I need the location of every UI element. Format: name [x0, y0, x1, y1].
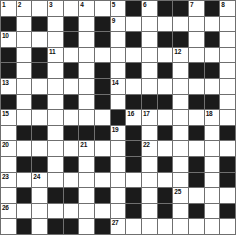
white-cell-r8c11[interactable] [173, 126, 188, 141]
white-cell-r6c14[interactable] [220, 95, 235, 110]
white-cell-r1c3[interactable] [48, 17, 63, 32]
white-cell-r2c12[interactable] [189, 32, 204, 47]
white-cell-r2c9[interactable] [142, 32, 157, 47]
black-cell-r2c13 [205, 32, 220, 47]
white-cell-r10c0[interactable] [1, 157, 16, 172]
black-cell-r6c13 [205, 95, 220, 110]
white-cell-r12c2[interactable] [32, 188, 47, 203]
black-cell-r2c6 [95, 32, 110, 47]
white-cell-r14c5[interactable] [79, 219, 94, 234]
black-cell-r6c2 [32, 95, 47, 110]
black-cell-r8c8 [126, 126, 141, 141]
white-cell-r5c4[interactable] [64, 79, 79, 94]
white-cell-r2c5[interactable] [79, 32, 94, 47]
white-cell-r11c9[interactable] [142, 173, 157, 188]
white-cell-r10c13[interactable] [205, 157, 220, 172]
white-cell-r7c5[interactable] [79, 110, 94, 125]
clue-number-4: 4 [80, 1, 83, 8]
white-cell-r1c10[interactable] [158, 17, 173, 32]
black-cell-r10c14 [220, 157, 235, 172]
white-cell-r9c0[interactable]: 20 [1, 141, 16, 156]
white-cell-r7c6[interactable] [95, 110, 110, 125]
black-cell-r6c4 [64, 95, 79, 110]
black-cell-r7c7 [111, 110, 126, 125]
white-cell-r0c3[interactable]: 3 [48, 1, 63, 16]
white-cell-r4c11[interactable] [173, 63, 188, 78]
black-cell-r2c4 [64, 32, 79, 47]
black-cell-r12c1 [17, 188, 32, 203]
white-cell-r3c6[interactable] [95, 48, 110, 63]
white-cell-r0c6[interactable] [95, 1, 110, 16]
clue-number-2: 2 [18, 1, 21, 8]
white-cell-r11c5[interactable] [79, 173, 94, 188]
clue-number-20: 20 [2, 141, 9, 148]
white-cell-r12c11[interactable]: 25 [173, 188, 188, 203]
white-cell-r8c0[interactable] [1, 126, 16, 141]
white-cell-r0c0[interactable]: 1 [1, 1, 16, 16]
white-cell-r5c12[interactable] [189, 79, 204, 94]
white-cell-r4c1[interactable] [17, 63, 32, 78]
white-cell-r0c4[interactable] [64, 1, 79, 16]
white-cell-r13c7[interactable] [111, 204, 126, 219]
white-cell-r14c2[interactable] [32, 219, 47, 234]
white-cell-r5c2[interactable] [32, 79, 47, 94]
white-cell-r9c14[interactable] [220, 141, 235, 156]
white-cell-r5c5[interactable] [79, 79, 94, 94]
clue-number-17: 17 [143, 110, 150, 117]
white-cell-r6c5[interactable] [79, 95, 94, 110]
white-cell-r11c10[interactable] [158, 173, 173, 188]
black-cell-r0c13 [205, 1, 220, 16]
black-cell-r8c10 [158, 126, 173, 141]
black-cell-r1c6 [95, 17, 110, 32]
black-cell-r13c8 [126, 204, 141, 219]
white-cell-r3c7[interactable] [111, 48, 126, 63]
black-cell-r4c10 [158, 63, 173, 78]
white-cell-r12c14[interactable] [220, 188, 235, 203]
black-cell-r4c4 [64, 63, 79, 78]
white-cell-r14c12[interactable] [189, 219, 204, 234]
black-cell-r6c10 [158, 95, 173, 110]
white-cell-r11c13[interactable] [205, 173, 220, 188]
black-cell-r6c8 [126, 95, 141, 110]
white-cell-r11c0[interactable]: 23 [1, 173, 16, 188]
black-cell-r14c6 [95, 219, 110, 234]
white-cell-r6c1[interactable] [17, 95, 32, 110]
white-cell-r1c11[interactable] [173, 17, 188, 32]
white-cell-r14c14[interactable] [220, 219, 235, 234]
clue-number-6: 6 [143, 1, 146, 8]
clue-number-16: 16 [127, 110, 134, 117]
white-cell-r11c1[interactable] [17, 173, 32, 188]
black-cell-r11c14 [220, 173, 235, 188]
white-cell-r11c11[interactable] [173, 173, 188, 188]
clue-number-5: 5 [112, 1, 115, 8]
white-cell-r7c1[interactable] [17, 110, 32, 125]
black-cell-r10c1 [17, 157, 32, 172]
white-cell-r9c1[interactable] [17, 141, 32, 156]
black-cell-r6c0 [1, 95, 16, 110]
black-cell-r4c8 [126, 63, 141, 78]
black-cell-r11c12 [189, 173, 204, 188]
white-cell-r6c7[interactable] [111, 95, 126, 110]
white-cell-r1c5[interactable] [79, 17, 94, 32]
clue-number-26: 26 [2, 204, 9, 211]
white-cell-r5c1[interactable] [17, 79, 32, 94]
white-cell-r9c2[interactable] [32, 141, 47, 156]
white-cell-r0c7[interactable]: 5 [111, 1, 126, 16]
black-cell-r13c14 [220, 204, 235, 219]
clue-number-25: 25 [174, 188, 181, 195]
white-cell-r0c9[interactable]: 6 [142, 1, 157, 16]
white-cell-r7c4[interactable] [64, 110, 79, 125]
white-cell-r7c0[interactable]: 15 [1, 110, 16, 125]
white-cell-r13c3[interactable] [48, 204, 63, 219]
black-cell-r6c9 [142, 95, 157, 110]
white-cell-r0c14[interactable]: 8 [220, 1, 235, 16]
white-cell-r1c9[interactable] [142, 17, 157, 32]
white-cell-r14c7[interactable]: 27 [111, 219, 126, 234]
white-cell-r10c5[interactable] [79, 157, 94, 172]
white-cell-r9c13[interactable] [205, 141, 220, 156]
white-cell-r10c11[interactable] [173, 157, 188, 172]
clue-number-15: 15 [2, 110, 9, 117]
black-cell-r12c3 [48, 188, 63, 203]
white-cell-r10c3[interactable] [48, 157, 63, 172]
white-cell-r7c2[interactable] [32, 110, 47, 125]
black-cell-r0c11 [173, 1, 188, 16]
black-cell-r8c14 [220, 126, 235, 141]
black-cell-r10c12 [189, 157, 204, 172]
black-cell-r5c6 [95, 79, 110, 94]
white-cell-r13c4[interactable] [64, 204, 79, 219]
white-cell-r6c3[interactable] [48, 95, 63, 110]
white-cell-r4c14[interactable] [220, 63, 235, 78]
black-cell-r4c12 [189, 63, 204, 78]
black-cell-r12c6 [95, 188, 110, 203]
clue-number-12: 12 [174, 48, 181, 55]
white-cell-r2c3[interactable] [48, 32, 63, 47]
black-cell-r13c10 [158, 204, 173, 219]
white-cell-r9c3[interactable] [48, 141, 63, 156]
black-cell-r0c8 [126, 1, 141, 16]
white-cell-r14c13[interactable] [205, 219, 220, 234]
black-cell-r4c0 [1, 63, 16, 78]
white-cell-r0c1[interactable]: 2 [17, 1, 32, 16]
white-cell-r14c0[interactable] [1, 219, 16, 234]
white-cell-r5c9[interactable] [142, 79, 157, 94]
white-cell-r3c3[interactable]: 11 [48, 48, 63, 63]
white-cell-r1c1[interactable] [17, 17, 32, 32]
white-cell-r7c13[interactable]: 18 [205, 110, 220, 125]
white-cell-r2c14[interactable] [220, 32, 235, 47]
white-cell-r12c7[interactable] [111, 188, 126, 203]
clue-number-21: 21 [80, 141, 87, 148]
black-cell-r6c12 [189, 95, 204, 110]
white-cell-r0c2[interactable] [32, 1, 47, 16]
clue-number-10: 10 [2, 32, 9, 39]
white-cell-r5c8[interactable] [126, 79, 141, 94]
white-cell-r13c9[interactable] [142, 204, 157, 219]
clue-number-19: 19 [112, 126, 119, 133]
black-cell-r2c8 [126, 32, 141, 47]
white-cell-r9c5[interactable]: 21 [79, 141, 94, 156]
white-cell-r9c11[interactable] [173, 141, 188, 156]
white-cell-r13c13[interactable] [205, 204, 220, 219]
black-cell-r10c8 [126, 157, 141, 172]
white-cell-r2c2[interactable] [32, 32, 47, 47]
black-cell-r4c6 [95, 63, 110, 78]
white-cell-r12c9[interactable] [142, 188, 157, 203]
white-cell-r9c12[interactable] [189, 141, 204, 156]
black-cell-r3c0 [1, 48, 16, 63]
clue-number-18: 18 [206, 110, 213, 117]
white-cell-r12c12[interactable] [189, 188, 204, 203]
white-cell-r3c10[interactable] [158, 48, 173, 63]
black-cell-r2c10 [158, 32, 173, 47]
white-cell-r11c4[interactable] [64, 173, 79, 188]
white-cell-r1c14[interactable] [220, 17, 235, 32]
white-cell-r8c3[interactable] [48, 126, 63, 141]
white-cell-r14c8[interactable] [126, 219, 141, 234]
white-cell-r7c9[interactable]: 17 [142, 110, 157, 125]
black-cell-r8c2 [32, 126, 47, 141]
clue-number-3: 3 [49, 1, 52, 8]
black-cell-r1c4 [64, 17, 79, 32]
black-cell-r1c0 [1, 17, 16, 32]
white-cell-r12c5[interactable] [79, 188, 94, 203]
white-cell-r7c10[interactable] [158, 110, 173, 125]
white-cell-r1c7[interactable]: 9 [111, 17, 126, 32]
white-cell-r12c13[interactable] [205, 188, 220, 203]
black-cell-r10c10 [158, 157, 173, 172]
white-cell-r4c9[interactable] [142, 63, 157, 78]
white-cell-r0c12[interactable]: 7 [189, 1, 204, 16]
black-cell-r10c6 [95, 157, 110, 172]
white-cell-r13c6[interactable] [95, 204, 110, 219]
clue-number-24: 24 [33, 173, 40, 180]
black-cell-r3c2 [32, 48, 47, 63]
white-cell-r12c0[interactable] [1, 188, 16, 203]
white-cell-r3c1[interactable] [17, 48, 32, 63]
black-cell-r2c11 [173, 32, 188, 47]
white-cell-r2c1[interactable] [17, 32, 32, 47]
black-cell-r8c5 [79, 126, 94, 141]
crossword-puzzle: 1234567891011121314151617181920212223242… [0, 0, 236, 235]
white-cell-r13c5[interactable] [79, 204, 94, 219]
white-cell-r6c11[interactable] [173, 95, 188, 110]
black-cell-r12c8 [126, 188, 141, 203]
white-cell-r3c14[interactable] [220, 48, 235, 63]
white-cell-r3c5[interactable] [79, 48, 94, 63]
clue-number-9: 9 [112, 17, 115, 24]
white-cell-r13c0[interactable]: 26 [1, 204, 16, 219]
white-cell-r5c7[interactable]: 14 [111, 79, 126, 94]
white-cell-r0c5[interactable]: 4 [79, 1, 94, 16]
white-cell-r14c10[interactable] [158, 219, 173, 234]
black-cell-r4c2 [32, 63, 47, 78]
white-cell-r5c10[interactable] [158, 79, 173, 94]
white-cell-r13c2[interactable] [32, 204, 47, 219]
black-cell-r0c10 [158, 1, 173, 16]
white-cell-r2c7[interactable] [111, 32, 126, 47]
black-cell-r13c12 [189, 204, 204, 219]
white-cell-r5c11[interactable] [173, 79, 188, 94]
white-cell-r4c7[interactable] [111, 63, 126, 78]
white-cell-r7c11[interactable] [173, 110, 188, 125]
black-cell-r14c4 [64, 219, 79, 234]
black-cell-r12c4 [64, 188, 79, 203]
white-cell-r7c3[interactable] [48, 110, 63, 125]
white-cell-r7c8[interactable]: 16 [126, 110, 141, 125]
crossword-grid: 1234567891011121314151617181920212223242… [0, 0, 236, 235]
white-cell-r14c9[interactable] [142, 219, 157, 234]
black-cell-r10c2 [32, 157, 47, 172]
white-cell-r2c0[interactable]: 10 [1, 32, 16, 47]
white-cell-r9c4[interactable] [64, 141, 79, 156]
clue-number-7: 7 [190, 1, 193, 8]
white-cell-r3c13[interactable] [205, 48, 220, 63]
black-cell-r14c3 [48, 219, 63, 234]
white-cell-r1c8[interactable] [126, 17, 141, 32]
white-cell-r7c14[interactable] [220, 110, 235, 125]
white-cell-r5c3[interactable] [48, 79, 63, 94]
clue-number-14: 14 [112, 79, 119, 86]
white-cell-r3c11[interactable]: 12 [173, 48, 188, 63]
white-cell-r3c9[interactable] [142, 48, 157, 63]
white-cell-r3c8[interactable] [126, 48, 141, 63]
white-cell-r4c3[interactable] [48, 63, 63, 78]
black-cell-r8c1 [17, 126, 32, 141]
white-cell-r10c7[interactable] [111, 157, 126, 172]
clue-number-8: 8 [221, 1, 224, 8]
clue-number-27: 27 [112, 219, 119, 226]
white-cell-r9c10[interactable] [158, 141, 173, 156]
black-cell-r9c8 [126, 141, 141, 156]
white-cell-r1c12[interactable] [189, 17, 204, 32]
white-cell-r8c9[interactable] [142, 126, 157, 141]
black-cell-r8c6 [95, 126, 110, 141]
clue-number-13: 13 [2, 79, 9, 86]
black-cell-r4c13 [205, 63, 220, 78]
white-cell-r10c9[interactable] [142, 157, 157, 172]
white-cell-r9c6[interactable] [95, 141, 110, 156]
white-cell-r9c9[interactable]: 22 [142, 141, 157, 156]
white-cell-r8c7[interactable]: 19 [111, 126, 126, 141]
black-cell-r1c2 [32, 17, 47, 32]
white-cell-r5c0[interactable]: 13 [1, 79, 16, 94]
white-cell-r11c6[interactable] [95, 173, 110, 188]
clue-number-23: 23 [2, 173, 9, 180]
clue-number-22: 22 [143, 141, 150, 148]
black-cell-r14c1 [17, 219, 32, 234]
white-cell-r9c7[interactable] [111, 141, 126, 156]
white-cell-r13c1[interactable] [17, 204, 32, 219]
white-cell-r8c13[interactable] [205, 126, 220, 141]
black-cell-r6c6 [95, 95, 110, 110]
white-cell-r13c11[interactable] [173, 204, 188, 219]
white-cell-r5c14[interactable] [220, 79, 235, 94]
white-cell-r11c8[interactable] [126, 173, 141, 188]
white-cell-r1c13[interactable] [205, 17, 220, 32]
clue-number-11: 11 [49, 48, 55, 55]
black-cell-r12c10 [158, 188, 173, 203]
black-cell-r8c4 [64, 126, 79, 141]
white-cell-r4c5[interactable] [79, 63, 94, 78]
white-cell-r3c4[interactable] [64, 48, 79, 63]
black-cell-r8c12 [189, 126, 204, 141]
white-cell-r11c7[interactable] [111, 173, 126, 188]
white-cell-r11c2[interactable]: 24 [32, 173, 47, 188]
black-cell-r10c4 [64, 157, 79, 172]
clue-number-1: 1 [2, 1, 5, 8]
white-cell-r5c13[interactable] [205, 79, 220, 94]
white-cell-r11c3[interactable] [48, 173, 63, 188]
white-cell-r3c12[interactable] [189, 48, 204, 63]
white-cell-r14c11[interactable] [173, 219, 188, 234]
white-cell-r7c12[interactable] [189, 110, 204, 125]
